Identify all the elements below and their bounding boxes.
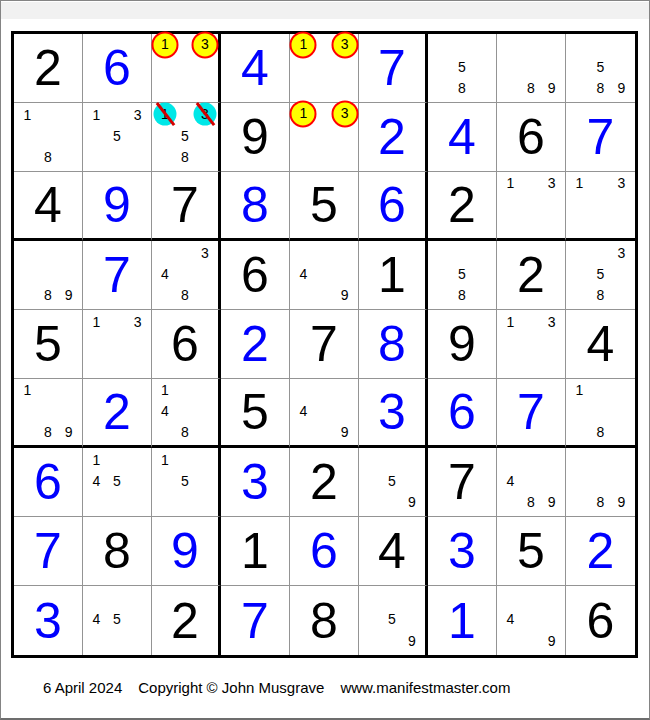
cell-r4c6[interactable]: 1: [359, 241, 428, 310]
solved-digit: 7: [359, 34, 425, 102]
candidate: 9: [541, 630, 562, 652]
cell-r4c2[interactable]: 7: [83, 241, 152, 310]
cell-r3c4[interactable]: 8: [221, 172, 290, 241]
cell-r9c3[interactable]: 2: [152, 586, 221, 655]
cell-r6c2[interactable]: 2: [83, 379, 152, 448]
candidate: 4: [86, 609, 107, 631]
cell-r9c8[interactable]: 49: [497, 586, 566, 655]
candidate-empty: [521, 609, 542, 631]
candidate: 5: [382, 609, 402, 631]
cell-r3c5[interactable]: 5: [290, 172, 359, 241]
candidate-empty: [58, 104, 79, 125]
candidate: 5: [452, 263, 473, 284]
candidate-empty: [431, 35, 452, 56]
candidate-empty: [175, 492, 195, 513]
candidate-empty: [334, 78, 355, 99]
candidate: 9: [334, 285, 355, 306]
candidate-empty: [472, 35, 493, 56]
eliminated-candidate-circle: 1: [154, 102, 177, 125]
candidate-empty: [38, 125, 59, 146]
candidate: 5: [107, 125, 128, 146]
sudoku-board: 2613413758895891813513589132467497856213…: [11, 31, 638, 658]
cell-r2c9[interactable]: 7: [566, 103, 635, 172]
candidate-empty: [569, 285, 590, 306]
cell-r9c6[interactable]: 59: [359, 586, 428, 655]
candidate-empty: [611, 194, 632, 215]
candidate-empty: [107, 630, 128, 652]
candidate-empty: [38, 242, 59, 263]
cell-r8c5[interactable]: 6: [290, 517, 359, 586]
given-digit: 9: [428, 310, 496, 378]
candidate-empty: [611, 470, 632, 491]
cell-r8c2[interactable]: 8: [83, 517, 152, 586]
given-digit: 7: [428, 448, 496, 516]
cell-r1c7[interactable]: 58: [428, 34, 497, 103]
cell-r2c3[interactable]: 1358: [152, 103, 221, 172]
candidate-empty: [175, 449, 195, 470]
candidate-empty: [431, 56, 452, 77]
given-digit: 2: [14, 34, 82, 102]
cell-r5c6[interactable]: 8: [359, 310, 428, 379]
cell-r7c6[interactable]: 59: [359, 448, 428, 517]
cell-r4c9[interactable]: 358: [566, 241, 635, 310]
candidate: 9: [541, 492, 562, 513]
cell-r7c3[interactable]: 15: [152, 448, 221, 517]
candidate-empty: [569, 263, 590, 284]
cell-r5c3[interactable]: 6: [152, 310, 221, 379]
candidate-empty: [521, 311, 542, 332]
cell-r5c4[interactable]: 2: [221, 310, 290, 379]
candidate-empty: [314, 263, 335, 284]
cell-r7c9[interactable]: 89: [566, 448, 635, 517]
candidate-empty: [590, 470, 611, 491]
cell-r1c3[interactable]: 13: [152, 34, 221, 103]
candidate-empty: [452, 242, 473, 263]
candidate-empty: [590, 194, 611, 215]
candidate-empty: [402, 470, 422, 491]
candidate-empty: [611, 35, 632, 56]
candidate-empty: [314, 421, 335, 442]
solved-digit: 9: [152, 517, 218, 585]
candidate: 4: [293, 263, 314, 284]
candidate-grid: 489: [500, 449, 562, 513]
candidate-empty: [58, 242, 79, 263]
candidate-empty: [195, 125, 215, 146]
candidate-grid: 49: [500, 587, 562, 652]
cell-r1c9[interactable]: 589: [566, 34, 635, 103]
candidate-empty: [382, 492, 402, 513]
candidate-empty: [314, 125, 335, 146]
candidate-empty: [569, 214, 590, 235]
highlighted-candidate-circle: 1: [290, 100, 317, 127]
solved-digit: 7: [566, 103, 635, 171]
cell-r9c5[interactable]: 8: [290, 586, 359, 655]
cell-r2c7[interactable]: 4: [428, 103, 497, 172]
given-digit: 4: [359, 517, 425, 585]
solved-digit: 4: [221, 34, 289, 102]
candidate: 8: [590, 492, 611, 513]
candidate-empty: [569, 56, 590, 77]
cell-r7c5[interactable]: 2: [290, 448, 359, 517]
given-digit: 6: [497, 103, 565, 171]
cell-r8c4[interactable]: 1: [221, 517, 290, 586]
candidate-empty: [107, 492, 128, 513]
candidate-empty: [521, 470, 542, 491]
candidate-empty: [175, 78, 195, 99]
cell-r1c4[interactable]: 4: [221, 34, 290, 103]
candidate-empty: [86, 147, 107, 168]
candidate-empty: [86, 354, 107, 375]
candidate-grid: 89: [569, 449, 632, 513]
candidate: 9: [334, 421, 355, 442]
cell-r7c2[interactable]: 145: [83, 448, 152, 517]
candidate: 4: [500, 609, 521, 631]
given-digit: 5: [221, 379, 289, 445]
cell-r1c5[interactable]: 13: [290, 34, 359, 103]
candidate-empty: [590, 401, 611, 422]
cell-r9c1[interactable]: 3: [14, 586, 83, 655]
candidate-empty: [472, 56, 493, 77]
cell-r5c1[interactable]: 5: [14, 310, 83, 379]
candidate-empty: [521, 332, 542, 353]
candidate-empty: [500, 449, 521, 470]
candidate-empty: [107, 332, 128, 353]
candidate-empty: [58, 125, 79, 146]
cell-r8c9[interactable]: 2: [566, 517, 635, 586]
given-digit: 2: [497, 241, 565, 309]
candidate-empty: [611, 285, 632, 306]
given-digit: 8: [290, 586, 358, 655]
candidate-grid: 148: [155, 380, 215, 442]
cell-r6c4[interactable]: 5: [221, 379, 290, 448]
candidate-empty: [541, 587, 562, 609]
candidate-empty: [155, 125, 175, 146]
cell-r7c8[interactable]: 489: [497, 448, 566, 517]
candidate-empty: [195, 380, 215, 401]
cell-r6c1[interactable]: 189: [14, 379, 83, 448]
candidate-empty: [611, 421, 632, 442]
candidate: 8: [38, 421, 59, 442]
candidate-empty: [334, 242, 355, 263]
candidate: 9: [402, 630, 422, 652]
cell-r9c4[interactable]: 7: [221, 586, 290, 655]
cell-r8c1[interactable]: 7: [14, 517, 83, 586]
candidate-empty: [521, 630, 542, 652]
candidate-empty: [86, 125, 107, 146]
candidate-grid: 58: [431, 242, 493, 306]
candidate: 4: [500, 470, 521, 491]
cell-r3c9[interactable]: 13: [566, 172, 635, 241]
candidate-empty: [38, 104, 59, 125]
candidate: 1: [155, 380, 175, 401]
candidate-empty: [293, 147, 314, 168]
candidate: 8: [521, 78, 542, 99]
candidate: 8: [38, 147, 59, 168]
candidate-empty: [569, 194, 590, 215]
cell-r4c7[interactable]: 58: [428, 241, 497, 310]
candidate-empty: [127, 354, 148, 375]
candidate: 5: [590, 263, 611, 284]
candidate-empty: [569, 35, 590, 56]
candidate-empty: [127, 587, 148, 609]
solved-digit: 7: [14, 517, 82, 585]
candidate-empty: [293, 56, 314, 77]
footer-website: www.manifestmaster.com: [340, 679, 510, 696]
cell-r5c8[interactable]: 13: [497, 310, 566, 379]
candidate-empty: [127, 125, 148, 146]
candidate: 9: [541, 78, 562, 99]
solved-digit: 7: [83, 241, 151, 309]
candidate-empty: [314, 78, 335, 99]
candidate: 9: [58, 285, 79, 306]
candidate-empty: [334, 147, 355, 168]
candidate-empty: [521, 587, 542, 609]
given-digit: 7: [152, 172, 218, 238]
cell-r4c8[interactable]: 2: [497, 241, 566, 310]
candidate-empty: [569, 78, 590, 99]
candidate-empty: [382, 587, 402, 609]
candidate-empty: [472, 285, 493, 306]
given-digit: 6: [221, 241, 289, 309]
cell-r9c2[interactable]: 45: [83, 586, 152, 655]
candidate: 3: [541, 173, 562, 194]
solved-digit: 8: [221, 172, 289, 238]
candidate-empty: [500, 35, 521, 56]
footer: 6 April 2024 Copyright © John Musgrave w…: [43, 679, 510, 696]
candidate-empty: [17, 147, 38, 168]
candidate-cell: 1: [155, 104, 175, 125]
cell-r5c9[interactable]: 4: [566, 310, 635, 379]
candidate: 8: [175, 147, 195, 168]
candidate-empty: [611, 56, 632, 77]
cell-r5c5[interactable]: 7: [290, 310, 359, 379]
cell-r8c7[interactable]: 3: [428, 517, 497, 586]
candidate-cell: 1: [155, 35, 175, 56]
candidate-empty: [334, 380, 355, 401]
candidate-empty: [293, 285, 314, 306]
candidate-empty: [86, 587, 107, 609]
candidate-empty: [521, 214, 542, 235]
candidate-empty: [86, 332, 107, 353]
candidate-empty: [107, 587, 128, 609]
candidate: 3: [127, 311, 148, 332]
cell-r9c9[interactable]: 6: [566, 586, 635, 655]
cell-r2c1[interactable]: 18: [14, 103, 83, 172]
candidate-empty: [195, 492, 215, 513]
cell-r8c6[interactable]: 4: [359, 517, 428, 586]
candidate-empty: [611, 449, 632, 470]
candidate-empty: [17, 242, 38, 263]
cell-r2c6[interactable]: 2: [359, 103, 428, 172]
candidate: 1: [86, 311, 107, 332]
candidate-empty: [107, 449, 128, 470]
candidate-empty: [175, 242, 195, 263]
candidate-empty: [293, 125, 314, 146]
candidate-grid: 189: [17, 380, 79, 442]
candidate-empty: [293, 380, 314, 401]
candidate: 9: [611, 492, 632, 513]
candidate-empty: [195, 78, 215, 99]
candidate-empty: [127, 449, 148, 470]
candidate: 4: [155, 263, 175, 284]
candidate-grid: 18: [569, 380, 632, 442]
cell-r3c7[interactable]: 2: [428, 172, 497, 241]
highlighted-candidate-circle: 3: [331, 31, 358, 58]
candidate-empty: [500, 587, 521, 609]
candidate-empty: [382, 449, 402, 470]
candidate-empty: [155, 78, 175, 99]
candidate-grid: 89: [500, 35, 562, 99]
candidate-empty: [541, 194, 562, 215]
solved-digit: 8: [359, 310, 425, 378]
cell-r6c7[interactable]: 6: [428, 379, 497, 448]
given-digit: 6: [152, 310, 218, 378]
candidate-empty: [431, 263, 452, 284]
candidate-empty: [195, 56, 215, 77]
candidate-empty: [17, 125, 38, 146]
candidate: 1: [500, 173, 521, 194]
cell-r1c2[interactable]: 6: [83, 34, 152, 103]
candidate-empty: [58, 380, 79, 401]
given-digit: 1: [221, 517, 289, 585]
candidate-empty: [127, 492, 148, 513]
cell-r7c7[interactable]: 7: [428, 448, 497, 517]
candidate-empty: [58, 263, 79, 284]
candidate-grid: 49: [293, 380, 355, 442]
cell-r4c1[interactable]: 89: [14, 241, 83, 310]
given-digit: 4: [566, 310, 635, 378]
candidate-grid: 18: [17, 104, 79, 168]
app-window: { "game": "sudoku", "position": "2604070…: [0, 0, 650, 720]
cell-r9c7[interactable]: 1: [428, 586, 497, 655]
solved-digit: 2: [83, 379, 151, 445]
candidate-grid: 13: [155, 35, 215, 99]
solved-digit: 4: [428, 103, 496, 171]
candidate-grid: 13: [293, 104, 355, 168]
candidate-empty: [195, 263, 215, 284]
cell-r6c5[interactable]: 49: [290, 379, 359, 448]
solved-digit: 2: [359, 103, 425, 171]
candidate: 1: [17, 380, 38, 401]
candidate: 4: [86, 470, 107, 491]
candidate-empty: [38, 380, 59, 401]
candidate-grid: 13: [569, 173, 632, 235]
candidate-empty: [314, 380, 335, 401]
given-digit: 7: [290, 310, 358, 378]
candidate-empty: [334, 56, 355, 77]
candidate: 8: [452, 78, 473, 99]
candidate: 8: [452, 285, 473, 306]
cell-r1c1[interactable]: 2: [14, 34, 83, 103]
candidate-grid: 49: [293, 242, 355, 306]
candidate: 1: [569, 380, 590, 401]
cell-r8c8[interactable]: 5: [497, 517, 566, 586]
candidate-empty: [362, 470, 382, 491]
cell-r2c8[interactable]: 6: [497, 103, 566, 172]
candidate-empty: [541, 449, 562, 470]
cell-r4c5[interactable]: 49: [290, 241, 359, 310]
candidate-empty: [402, 449, 422, 470]
candidate: 5: [175, 470, 195, 491]
solved-digit: 2: [566, 517, 635, 585]
highlighted-candidate-circle: 3: [192, 31, 219, 58]
cell-r5c7[interactable]: 9: [428, 310, 497, 379]
cell-r8c3[interactable]: 9: [152, 517, 221, 586]
cell-r7c1[interactable]: 6: [14, 448, 83, 517]
cell-r6c9[interactable]: 18: [566, 379, 635, 448]
cell-r2c2[interactable]: 135: [83, 103, 152, 172]
candidate-empty: [611, 214, 632, 235]
candidate-empty: [472, 263, 493, 284]
cell-r2c4[interactable]: 9: [221, 103, 290, 172]
candidate: 8: [175, 285, 195, 306]
candidate-empty: [155, 242, 175, 263]
candidate-empty: [569, 401, 590, 422]
cell-r2c5[interactable]: 13: [290, 103, 359, 172]
eliminated-candidate-circle: 3: [194, 102, 217, 125]
cell-r7c4[interactable]: 3: [221, 448, 290, 517]
solved-digit: 7: [221, 586, 289, 655]
candidate-empty: [541, 354, 562, 375]
cell-r5c2[interactable]: 13: [83, 310, 152, 379]
candidate-empty: [195, 449, 215, 470]
candidate-empty: [86, 492, 107, 513]
candidate-empty: [362, 630, 382, 652]
candidate-cell: 3: [334, 104, 355, 125]
candidate-cell: 3: [195, 104, 215, 125]
candidate-empty: [175, 263, 195, 284]
candidate-empty: [500, 492, 521, 513]
candidate-empty: [17, 401, 38, 422]
candidate-cell: 3: [334, 35, 355, 56]
cell-r3c6[interactable]: 6: [359, 172, 428, 241]
candidate: 1: [17, 104, 38, 125]
candidate: 1: [86, 449, 107, 470]
candidate-empty: [334, 401, 355, 422]
candidate-grid: 1358: [155, 104, 215, 168]
candidate-empty: [500, 194, 521, 215]
given-digit: 5: [290, 172, 358, 238]
cell-r1c6[interactable]: 7: [359, 34, 428, 103]
cell-r3c2[interactable]: 9: [83, 172, 152, 241]
cell-r4c3[interactable]: 348: [152, 241, 221, 310]
candidate-empty: [17, 421, 38, 442]
highlighted-candidate-circle: 1: [290, 31, 317, 58]
candidate-empty: [569, 242, 590, 263]
cell-r6c3[interactable]: 148: [152, 379, 221, 448]
candidate-empty: [402, 609, 422, 631]
cell-r6c8[interactable]: 7: [497, 379, 566, 448]
candidate: 3: [611, 242, 632, 263]
cell-r3c1[interactable]: 4: [14, 172, 83, 241]
candidate-empty: [293, 78, 314, 99]
cell-r6c6[interactable]: 3: [359, 379, 428, 448]
cell-r3c8[interactable]: 13: [497, 172, 566, 241]
solved-digit: 1: [428, 586, 496, 655]
candidate-empty: [382, 630, 402, 652]
candidate-empty: [590, 449, 611, 470]
candidate-empty: [500, 214, 521, 235]
candidate-empty: [293, 242, 314, 263]
cell-r3c3[interactable]: 7: [152, 172, 221, 241]
candidate-empty: [362, 587, 382, 609]
given-digit: 9: [221, 103, 289, 171]
candidate-empty: [569, 470, 590, 491]
candidate: 3: [195, 242, 215, 263]
cell-r1c8[interactable]: 89: [497, 34, 566, 103]
cell-r4c4[interactable]: 6: [221, 241, 290, 310]
candidate: 3: [541, 311, 562, 332]
